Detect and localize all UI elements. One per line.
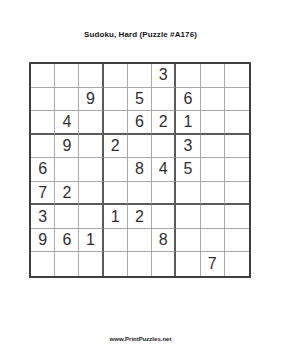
cell-r6-c7[interactable] [176,182,200,206]
cell-r6-c5[interactable] [128,182,152,206]
cell-r5-c2[interactable] [55,158,79,182]
cell-r7-c9[interactable] [225,205,249,229]
cell-r1-c2[interactable] [55,64,79,88]
cell-r8-c6: 8 [152,229,176,253]
cell-r4-c9[interactable] [225,135,249,159]
cell-r9-c3[interactable] [79,252,103,276]
cell-r8-c4[interactable] [104,229,128,253]
cell-r3-c7: 1 [176,111,200,135]
cell-r9-c6[interactable] [152,252,176,276]
cell-r1-c6: 3 [152,64,176,88]
cell-r9-c5[interactable] [128,252,152,276]
cell-r3-c9[interactable] [225,111,249,135]
cell-r1-c9[interactable] [225,64,249,88]
cell-r9-c1[interactable] [31,252,55,276]
cell-r1-c8[interactable] [201,64,225,88]
cell-r6-c4[interactable] [104,182,128,206]
cell-r5-c1: 6 [31,158,55,182]
cell-r2-c7: 6 [176,88,200,112]
cell-r3-c8[interactable] [201,111,225,135]
cell-r8-c9[interactable] [225,229,249,253]
cell-r9-c8: 7 [201,252,225,276]
puzzle-title: Sudoku, Hard (Puzzle #A176) [0,30,281,39]
cell-r3-c5: 6 [128,111,152,135]
cell-r2-c6[interactable] [152,88,176,112]
cell-r8-c8[interactable] [201,229,225,253]
cell-r4-c1[interactable] [31,135,55,159]
puzzle-page: Sudoku, Hard (Puzzle #A176) 395646219236… [0,0,281,363]
cell-r6-c1: 7 [31,182,55,206]
cell-r9-c9[interactable] [225,252,249,276]
cell-r3-c3[interactable] [79,111,103,135]
sudoku-board: 3956462192368457231296187 [29,62,251,278]
cell-r4-c4: 2 [104,135,128,159]
cell-r3-c1[interactable] [31,111,55,135]
cell-r7-c4: 1 [104,205,128,229]
cell-r7-c3[interactable] [79,205,103,229]
cell-r7-c7[interactable] [176,205,200,229]
cell-r5-c8[interactable] [201,158,225,182]
cell-r1-c4[interactable] [104,64,128,88]
cell-r1-c1[interactable] [31,64,55,88]
cell-r7-c1: 3 [31,205,55,229]
cell-r7-c2[interactable] [55,205,79,229]
cell-r2-c1[interactable] [31,88,55,112]
cell-r9-c2[interactable] [55,252,79,276]
cell-r6-c8[interactable] [201,182,225,206]
cell-r2-c2[interactable] [55,88,79,112]
cell-r3-c4[interactable] [104,111,128,135]
cell-r4-c8[interactable] [201,135,225,159]
cell-r5-c6: 4 [152,158,176,182]
cell-r9-c4[interactable] [104,252,128,276]
cell-r6-c3[interactable] [79,182,103,206]
cell-r6-c9[interactable] [225,182,249,206]
cell-r1-c3[interactable] [79,64,103,88]
cell-r5-c4[interactable] [104,158,128,182]
cell-r2-c9[interactable] [225,88,249,112]
cell-r2-c5: 5 [128,88,152,112]
footer-url: www.PrintPuzzles.net [0,336,281,342]
cell-r1-c5[interactable] [128,64,152,88]
cell-r5-c5: 8 [128,158,152,182]
cell-r4-c5[interactable] [128,135,152,159]
cell-r6-c6[interactable] [152,182,176,206]
cell-r3-c2: 4 [55,111,79,135]
cell-r8-c3: 1 [79,229,103,253]
cell-r4-c3[interactable] [79,135,103,159]
cell-r2-c3: 9 [79,88,103,112]
cell-r3-c6: 2 [152,111,176,135]
cell-r8-c5[interactable] [128,229,152,253]
cell-r4-c2: 9 [55,135,79,159]
cell-r5-c7: 5 [176,158,200,182]
cell-r2-c4[interactable] [104,88,128,112]
cell-r8-c1: 9 [31,229,55,253]
cell-r6-c2: 2 [55,182,79,206]
cell-r7-c6[interactable] [152,205,176,229]
cell-r4-c6[interactable] [152,135,176,159]
cell-r1-c7[interactable] [176,64,200,88]
cell-r9-c7[interactable] [176,252,200,276]
cell-r7-c5: 2 [128,205,152,229]
cell-r7-c8[interactable] [201,205,225,229]
cell-r5-c9[interactable] [225,158,249,182]
cell-r8-c2: 6 [55,229,79,253]
cell-r2-c8[interactable] [201,88,225,112]
cell-r4-c7: 3 [176,135,200,159]
cell-r5-c3[interactable] [79,158,103,182]
cell-r8-c7[interactable] [176,229,200,253]
